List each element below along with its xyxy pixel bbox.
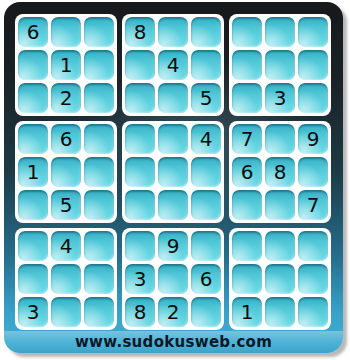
cell-r7c2[interactable]: 4	[51, 231, 81, 261]
cell-r9c3[interactable]	[84, 297, 114, 327]
given-digit: 1	[60, 55, 73, 75]
cell-r8c2[interactable]	[51, 264, 81, 294]
cell-r4c5[interactable]	[158, 124, 188, 154]
sudoku-widget: 612845361547968743936821 www.sudokusweb.…	[0, 0, 350, 360]
cell-r1c5[interactable]	[158, 17, 188, 47]
cell-r5c5[interactable]	[158, 157, 188, 187]
sudoku-box-1-2: 845	[122, 14, 224, 116]
cell-r8c9[interactable]	[298, 264, 328, 294]
cell-r1c9[interactable]	[298, 17, 328, 47]
given-digit: 8	[274, 162, 287, 182]
given-digit: 3	[27, 302, 40, 322]
cell-r9c4[interactable]: 8	[125, 297, 155, 327]
given-digit: 6	[200, 269, 213, 289]
cell-r6c6[interactable]	[191, 190, 221, 220]
cell-r5c8[interactable]: 8	[265, 157, 295, 187]
cell-r5c7[interactable]: 6	[232, 157, 262, 187]
cell-r6c3[interactable]	[84, 190, 114, 220]
given-digit: 2	[60, 88, 73, 108]
cell-r5c9[interactable]	[298, 157, 328, 187]
cell-r9c7[interactable]: 1	[232, 297, 262, 327]
given-digit: 4	[200, 129, 213, 149]
given-digit: 2	[167, 302, 180, 322]
cell-r2c3[interactable]	[84, 50, 114, 80]
given-digit: 4	[167, 55, 180, 75]
cell-r9c8[interactable]	[265, 297, 295, 327]
cell-r7c5[interactable]: 9	[158, 231, 188, 261]
cell-r5c3[interactable]	[84, 157, 114, 187]
cell-r2c2[interactable]: 1	[51, 50, 81, 80]
sudoku-box-2-3: 79687	[229, 121, 331, 223]
cell-r8c7[interactable]	[232, 264, 262, 294]
cell-r3c3[interactable]	[84, 83, 114, 113]
cell-r1c8[interactable]	[265, 17, 295, 47]
cell-r1c4[interactable]: 8	[125, 17, 155, 47]
cell-r2c5[interactable]: 4	[158, 50, 188, 80]
cell-r2c1[interactable]	[18, 50, 48, 80]
cell-r9c2[interactable]	[51, 297, 81, 327]
given-digit: 8	[134, 302, 147, 322]
sudoku-box-1-3: 3	[229, 14, 331, 116]
footer-bar: www.sudokusweb.com	[4, 331, 343, 353]
cell-r1c7[interactable]	[232, 17, 262, 47]
cell-r4c8[interactable]	[265, 124, 295, 154]
given-digit: 9	[307, 129, 320, 149]
sudoku-box-2-2: 4	[122, 121, 224, 223]
sudoku-box-2-1: 615	[15, 121, 117, 223]
cell-r7c6[interactable]	[191, 231, 221, 261]
cell-r7c8[interactable]	[265, 231, 295, 261]
cell-r5c1[interactable]: 1	[18, 157, 48, 187]
cell-r7c9[interactable]	[298, 231, 328, 261]
given-digit: 6	[60, 129, 73, 149]
given-digit: 7	[307, 195, 320, 215]
given-digit: 1	[27, 162, 40, 182]
sudoku-board: 612845361547968743936821	[15, 14, 331, 330]
cell-r8c3[interactable]	[84, 264, 114, 294]
cell-r3c7[interactable]	[232, 83, 262, 113]
cell-r2c6[interactable]	[191, 50, 221, 80]
given-digit: 3	[134, 269, 147, 289]
cell-r2c9[interactable]	[298, 50, 328, 80]
cell-r1c2[interactable]	[51, 17, 81, 47]
cell-r2c8[interactable]	[265, 50, 295, 80]
given-digit: 4	[60, 236, 73, 256]
sudoku-box-1-1: 612	[15, 14, 117, 116]
cell-r1c1[interactable]: 6	[18, 17, 48, 47]
cell-r3c4[interactable]	[125, 83, 155, 113]
cell-r4c3[interactable]	[84, 124, 114, 154]
cell-r6c1[interactable]	[18, 190, 48, 220]
cell-r4c7[interactable]: 7	[232, 124, 262, 154]
cell-r3c5[interactable]	[158, 83, 188, 113]
cell-r9c5[interactable]: 2	[158, 297, 188, 327]
given-digit: 5	[200, 88, 213, 108]
cell-r6c5[interactable]	[158, 190, 188, 220]
given-digit: 9	[167, 236, 180, 256]
given-digit: 1	[241, 302, 254, 322]
cell-r8c5[interactable]	[158, 264, 188, 294]
cell-r3c6[interactable]: 5	[191, 83, 221, 113]
sudoku-box-3-1: 43	[15, 228, 117, 330]
given-digit: 3	[274, 88, 287, 108]
cell-r7c4[interactable]	[125, 231, 155, 261]
cell-r6c4[interactable]	[125, 190, 155, 220]
cell-r6c7[interactable]	[232, 190, 262, 220]
site-url: www.sudokusweb.com	[75, 333, 272, 351]
cell-r8c4[interactable]: 3	[125, 264, 155, 294]
cell-r9c1[interactable]: 3	[18, 297, 48, 327]
cell-r6c8[interactable]	[265, 190, 295, 220]
cell-r6c2[interactable]: 5	[51, 190, 81, 220]
cell-r5c2[interactable]	[51, 157, 81, 187]
cell-r7c7[interactable]	[232, 231, 262, 261]
cell-r3c1[interactable]	[18, 83, 48, 113]
cell-r1c6[interactable]	[191, 17, 221, 47]
sudoku-box-3-2: 93682	[122, 228, 224, 330]
cell-r8c6[interactable]: 6	[191, 264, 221, 294]
cell-r4c1[interactable]	[18, 124, 48, 154]
cell-r1c3[interactable]	[84, 17, 114, 47]
cell-r9c9[interactable]	[298, 297, 328, 327]
given-digit: 7	[241, 129, 254, 149]
cell-r3c8[interactable]: 3	[265, 83, 295, 113]
cell-r3c2[interactable]: 2	[51, 83, 81, 113]
cell-r8c8[interactable]	[265, 264, 295, 294]
cell-r4c2[interactable]: 6	[51, 124, 81, 154]
cell-r2c4[interactable]	[125, 50, 155, 80]
cell-r8c1[interactable]	[18, 264, 48, 294]
cell-r5c4[interactable]	[125, 157, 155, 187]
cell-r5c6[interactable]	[191, 157, 221, 187]
given-digit: 5	[60, 195, 73, 215]
cell-r4c4[interactable]	[125, 124, 155, 154]
cell-r9c6[interactable]	[191, 297, 221, 327]
cell-r7c1[interactable]	[18, 231, 48, 261]
cell-r2c7[interactable]	[232, 50, 262, 80]
cell-r6c9[interactable]: 7	[298, 190, 328, 220]
given-digit: 8	[134, 22, 147, 42]
given-digit: 6	[27, 22, 40, 42]
cell-r3c9[interactable]	[298, 83, 328, 113]
cell-r7c3[interactable]	[84, 231, 114, 261]
given-digit: 6	[241, 162, 254, 182]
board-frame: 612845361547968743936821 www.sudokusweb.…	[4, 2, 343, 353]
cell-r4c9[interactable]: 9	[298, 124, 328, 154]
sudoku-box-3-3: 1	[229, 228, 331, 330]
cell-r4c6[interactable]: 4	[191, 124, 221, 154]
